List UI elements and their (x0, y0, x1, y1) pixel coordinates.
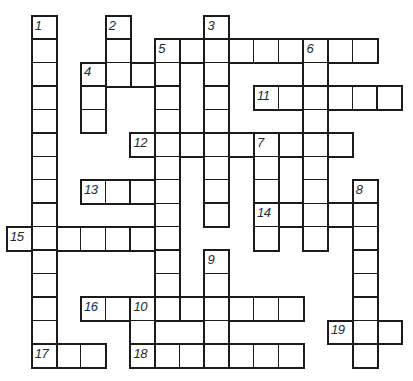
down-word-box[interactable] (31, 132, 58, 369)
cell-divider (33, 343, 56, 344)
cell-divider (255, 179, 278, 180)
cell-divider (354, 320, 377, 321)
cell-divider (33, 109, 56, 110)
down-word-box[interactable] (154, 38, 181, 322)
cell-divider (129, 228, 130, 250)
cell-divider (205, 85, 228, 86)
cell-divider (33, 156, 56, 157)
cell-divider (105, 228, 106, 250)
across-word-box[interactable] (80, 296, 305, 322)
cell-divider (255, 202, 278, 203)
down-word-box[interactable] (253, 132, 280, 252)
cell-divider (205, 296, 228, 297)
cell-divider (205, 320, 228, 321)
cell-divider (205, 62, 228, 63)
cell-divider (253, 298, 254, 320)
cell-divider (156, 296, 179, 297)
cell-divider (352, 40, 353, 62)
cell-divider (80, 228, 81, 250)
cell-divider (156, 226, 179, 227)
cell-divider (354, 226, 377, 227)
cell-divider (156, 132, 179, 133)
cell-divider (33, 62, 56, 63)
cell-divider (105, 298, 106, 320)
cell-divider (156, 156, 179, 157)
down-word-box[interactable] (129, 296, 156, 369)
cell-divider (278, 298, 279, 320)
cell-divider (33, 249, 56, 250)
cell-divider (33, 179, 56, 180)
cell-divider (33, 85, 56, 86)
cell-divider (205, 38, 228, 39)
down-word-box[interactable] (203, 249, 230, 369)
cell-divider (156, 179, 179, 180)
cell-divider (107, 38, 130, 39)
cell-divider (205, 202, 228, 203)
cell-divider (33, 296, 56, 297)
cell-divider (304, 109, 327, 110)
cell-divider (179, 345, 180, 367)
crossword-board: 12345678910111213141516171819 (0, 0, 413, 381)
cell-divider (156, 109, 179, 110)
cell-divider (131, 343, 154, 344)
cell-divider (278, 87, 279, 109)
cell-divider (107, 62, 130, 63)
cell-divider (304, 85, 327, 86)
cell-divider (33, 273, 56, 274)
cell-divider (82, 85, 105, 86)
cell-divider (255, 156, 278, 157)
cell-divider (354, 273, 377, 274)
down-word-box[interactable] (352, 179, 379, 369)
cell-divider (354, 249, 377, 250)
cell-divider (156, 203, 179, 204)
cell-divider (131, 320, 154, 321)
crossword-page: 12345678910111213141516171819 (0, 0, 413, 381)
cell-divider (205, 156, 228, 157)
cell-divider (304, 156, 327, 157)
cell-divider (205, 273, 228, 274)
cell-divider (156, 249, 179, 250)
cell-divider (156, 62, 179, 63)
cell-divider (33, 226, 56, 227)
cell-divider (80, 345, 81, 367)
cell-divider (304, 203, 327, 204)
down-word-box[interactable] (302, 38, 329, 251)
cell-divider (352, 87, 353, 109)
cell-divider (278, 345, 279, 367)
cell-divider (156, 85, 179, 86)
cell-divider (354, 296, 377, 297)
down-word-box[interactable] (80, 62, 107, 135)
cell-divider (278, 40, 279, 62)
cell-divider (304, 132, 327, 133)
cell-divider (205, 179, 228, 180)
cell-divider (354, 202, 377, 203)
cell-divider (82, 109, 105, 110)
cell-divider (376, 87, 377, 109)
cell-divider (253, 40, 254, 62)
cell-divider (205, 343, 228, 344)
cell-divider (304, 62, 327, 63)
cell-divider (354, 343, 377, 344)
across-word-box[interactable] (154, 38, 379, 64)
cell-divider (105, 181, 106, 203)
down-word-box[interactable] (203, 15, 230, 228)
cell-divider (304, 226, 327, 227)
down-word-box[interactable] (105, 15, 132, 88)
cell-divider (205, 109, 228, 110)
cell-divider (33, 202, 56, 203)
cell-divider (304, 179, 327, 180)
down-word-box[interactable] (31, 15, 58, 135)
cell-divider (255, 226, 278, 227)
cell-divider (33, 320, 56, 321)
cell-divider (205, 132, 228, 133)
cell-divider (253, 345, 254, 367)
cell-divider (156, 273, 179, 274)
cell-divider (33, 38, 56, 39)
cell-divider (129, 181, 130, 203)
